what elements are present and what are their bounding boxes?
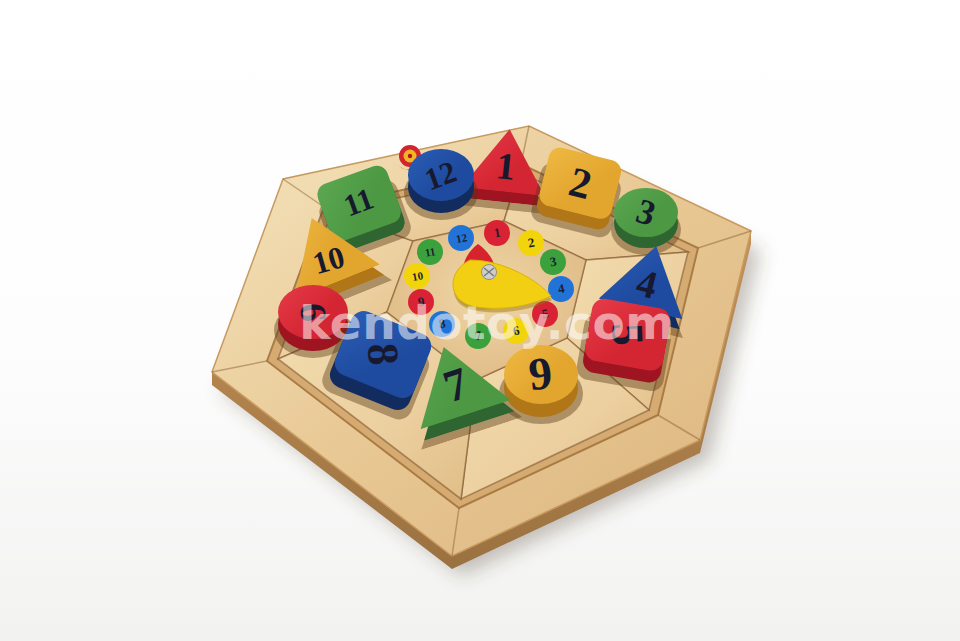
watermark: kendotoy.com	[299, 295, 674, 350]
photo-scene: 121234567891011 112211310495897 kendotoy…	[0, 0, 960, 641]
